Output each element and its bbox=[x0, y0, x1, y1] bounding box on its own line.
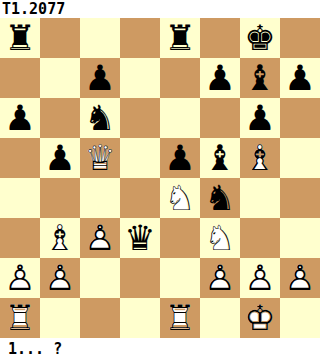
white-rook-piece[interactable]: ♜♖ bbox=[160, 298, 200, 338]
white-pawn-piece[interactable]: ♟♙ bbox=[80, 218, 120, 258]
square-g1[interactable]: ♚♔ bbox=[240, 298, 280, 338]
square-b8[interactable] bbox=[40, 18, 80, 58]
square-f4[interactable]: ♞ bbox=[200, 178, 240, 218]
square-a2[interactable]: ♟♙ bbox=[0, 258, 40, 298]
square-b6[interactable] bbox=[40, 98, 80, 138]
square-h3[interactable] bbox=[280, 218, 320, 258]
black-rook-piece[interactable]: ♜ bbox=[160, 18, 200, 58]
white-rook-piece[interactable]: ♜♖ bbox=[0, 298, 40, 338]
square-d3[interactable]: ♛ bbox=[120, 218, 160, 258]
square-d7[interactable] bbox=[120, 58, 160, 98]
piece-outline: ♙ bbox=[40, 258, 80, 298]
black-bishop-piece[interactable]: ♝ bbox=[240, 58, 280, 98]
square-g4[interactable] bbox=[240, 178, 280, 218]
move-prompt: 1... ? bbox=[8, 338, 62, 360]
piece-outline: ♘ bbox=[160, 178, 200, 218]
black-king-piece[interactable]: ♚ bbox=[240, 18, 280, 58]
square-h5[interactable] bbox=[280, 138, 320, 178]
piece-outline: ♙ bbox=[240, 258, 280, 298]
black-pawn-piece[interactable]: ♟ bbox=[160, 138, 200, 178]
square-b5[interactable]: ♟ bbox=[40, 138, 80, 178]
square-e5[interactable]: ♟ bbox=[160, 138, 200, 178]
piece-outline: ♙ bbox=[0, 258, 40, 298]
square-a7[interactable] bbox=[0, 58, 40, 98]
square-g3[interactable] bbox=[240, 218, 280, 258]
square-f2[interactable]: ♟♙ bbox=[200, 258, 240, 298]
black-queen-piece[interactable]: ♛ bbox=[120, 218, 160, 258]
diagram-header: T1.2077 bbox=[0, 0, 320, 18]
square-a3[interactable] bbox=[0, 218, 40, 258]
square-a1[interactable]: ♜♖ bbox=[0, 298, 40, 338]
piece-outline: ♖ bbox=[160, 298, 200, 338]
square-c4[interactable] bbox=[80, 178, 120, 218]
square-b4[interactable] bbox=[40, 178, 80, 218]
square-h2[interactable]: ♟♙ bbox=[280, 258, 320, 298]
square-c6[interactable]: ♞ bbox=[80, 98, 120, 138]
square-e7[interactable] bbox=[160, 58, 200, 98]
black-knight-piece[interactable]: ♞ bbox=[80, 98, 120, 138]
black-pawn-piece[interactable]: ♟ bbox=[200, 58, 240, 98]
square-c3[interactable]: ♟♙ bbox=[80, 218, 120, 258]
square-a6[interactable]: ♟ bbox=[0, 98, 40, 138]
white-pawn-piece[interactable]: ♟♙ bbox=[0, 258, 40, 298]
diagram-footer: 1... ? bbox=[0, 338, 320, 360]
square-b1[interactable] bbox=[40, 298, 80, 338]
square-g5[interactable]: ♝♗ bbox=[240, 138, 280, 178]
white-bishop-piece[interactable]: ♝♗ bbox=[240, 138, 280, 178]
square-e1[interactable]: ♜♖ bbox=[160, 298, 200, 338]
square-h1[interactable] bbox=[280, 298, 320, 338]
black-pawn-piece[interactable]: ♟ bbox=[80, 58, 120, 98]
square-d1[interactable] bbox=[120, 298, 160, 338]
square-g6[interactable]: ♟ bbox=[240, 98, 280, 138]
piece-outline: ♖ bbox=[0, 298, 40, 338]
square-d5[interactable] bbox=[120, 138, 160, 178]
square-f8[interactable] bbox=[200, 18, 240, 58]
piece-outline: ♙ bbox=[280, 258, 320, 298]
square-a8[interactable]: ♜ bbox=[0, 18, 40, 58]
piece-outline: ♙ bbox=[80, 218, 120, 258]
square-f7[interactable]: ♟ bbox=[200, 58, 240, 98]
white-pawn-piece[interactable]: ♟♙ bbox=[240, 258, 280, 298]
chess-board: ♜♜♚♟♟♝♟♟♞♟♟♛♕♟♝♝♗♞♘♞♝♗♟♙♛♞♘♟♙♟♙♟♙♟♙♟♙♜♖♜… bbox=[0, 18, 320, 338]
black-bishop-piece[interactable]: ♝ bbox=[200, 138, 240, 178]
square-c7[interactable]: ♟ bbox=[80, 58, 120, 98]
square-c2[interactable] bbox=[80, 258, 120, 298]
square-b3[interactable]: ♝♗ bbox=[40, 218, 80, 258]
square-f3[interactable]: ♞♘ bbox=[200, 218, 240, 258]
square-g7[interactable]: ♝ bbox=[240, 58, 280, 98]
square-h7[interactable]: ♟ bbox=[280, 58, 320, 98]
black-pawn-piece[interactable]: ♟ bbox=[280, 58, 320, 98]
square-g8[interactable]: ♚ bbox=[240, 18, 280, 58]
square-d4[interactable] bbox=[120, 178, 160, 218]
white-pawn-piece[interactable]: ♟♙ bbox=[40, 258, 80, 298]
square-f5[interactable]: ♝ bbox=[200, 138, 240, 178]
piece-outline: ♙ bbox=[200, 258, 240, 298]
square-e3[interactable] bbox=[160, 218, 200, 258]
piece-outline: ♗ bbox=[40, 218, 80, 258]
square-d2[interactable] bbox=[120, 258, 160, 298]
square-g2[interactable]: ♟♙ bbox=[240, 258, 280, 298]
square-h4[interactable] bbox=[280, 178, 320, 218]
black-pawn-piece[interactable]: ♟ bbox=[40, 138, 80, 178]
square-e4[interactable]: ♞♘ bbox=[160, 178, 200, 218]
piece-outline: ♗ bbox=[240, 138, 280, 178]
square-b2[interactable]: ♟♙ bbox=[40, 258, 80, 298]
white-bishop-piece[interactable]: ♝♗ bbox=[40, 218, 80, 258]
white-pawn-piece[interactable]: ♟♙ bbox=[200, 258, 240, 298]
puzzle-title: T1.2077 bbox=[2, 0, 65, 18]
square-c5[interactable]: ♛♕ bbox=[80, 138, 120, 178]
black-knight-piece[interactable]: ♞ bbox=[200, 178, 240, 218]
square-f1[interactable] bbox=[200, 298, 240, 338]
square-b7[interactable] bbox=[40, 58, 80, 98]
square-e2[interactable] bbox=[160, 258, 200, 298]
white-pawn-piece[interactable]: ♟♙ bbox=[280, 258, 320, 298]
piece-outline: ♘ bbox=[200, 218, 240, 258]
square-c8[interactable] bbox=[80, 18, 120, 58]
black-pawn-piece[interactable]: ♟ bbox=[0, 98, 40, 138]
square-f6[interactable] bbox=[200, 98, 240, 138]
square-e6[interactable] bbox=[160, 98, 200, 138]
white-knight-piece[interactable]: ♞♘ bbox=[200, 218, 240, 258]
white-queen-piece[interactable]: ♛♕ bbox=[80, 138, 120, 178]
square-a5[interactable] bbox=[0, 138, 40, 178]
white-knight-piece[interactable]: ♞♘ bbox=[160, 178, 200, 218]
square-a4[interactable] bbox=[0, 178, 40, 218]
white-king-piece[interactable]: ♚♔ bbox=[240, 298, 280, 338]
black-rook-piece[interactable]: ♜ bbox=[0, 18, 40, 58]
square-d6[interactable] bbox=[120, 98, 160, 138]
piece-outline: ♔ bbox=[240, 298, 280, 338]
square-h6[interactable] bbox=[280, 98, 320, 138]
square-c1[interactable] bbox=[80, 298, 120, 338]
square-d8[interactable] bbox=[120, 18, 160, 58]
square-e8[interactable]: ♜ bbox=[160, 18, 200, 58]
piece-outline: ♕ bbox=[80, 138, 120, 178]
square-h8[interactable] bbox=[280, 18, 320, 58]
black-pawn-piece[interactable]: ♟ bbox=[240, 98, 280, 138]
